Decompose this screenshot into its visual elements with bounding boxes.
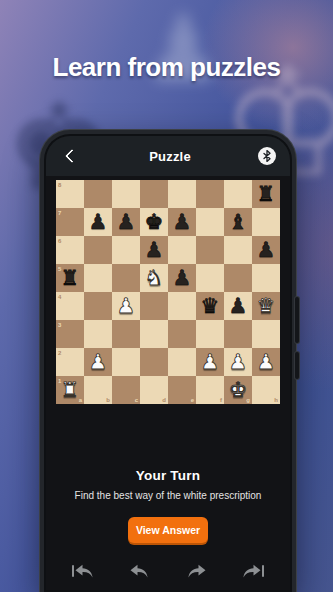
square-b8[interactable] bbox=[84, 180, 112, 208]
square-b2[interactable]: ♟ bbox=[84, 348, 112, 376]
white-pawn[interactable]: ♟ bbox=[252, 348, 280, 376]
square-a8[interactable]: 8 bbox=[56, 180, 84, 208]
square-g2[interactable]: ♟ bbox=[224, 348, 252, 376]
black-pawn[interactable]: ♟ bbox=[252, 236, 280, 264]
square-c2[interactable] bbox=[112, 348, 140, 376]
black-pawn[interactable]: ♟ bbox=[168, 264, 196, 292]
square-f1[interactable]: f bbox=[196, 376, 224, 404]
square-c7[interactable]: ♟ bbox=[112, 208, 140, 236]
square-a7[interactable]: 7 bbox=[56, 208, 84, 236]
square-d2[interactable] bbox=[140, 348, 168, 376]
square-g7[interactable]: ♝ bbox=[224, 208, 252, 236]
rank-label: 3 bbox=[58, 322, 61, 328]
square-d7[interactable]: ♚ bbox=[140, 208, 168, 236]
app-header: Puzzle bbox=[46, 136, 290, 176]
square-b4[interactable] bbox=[84, 292, 112, 320]
rank-label: 7 bbox=[58, 210, 61, 216]
bluetooth-button[interactable] bbox=[258, 147, 276, 165]
rank-label: 2 bbox=[58, 350, 61, 356]
page-title: Puzzle bbox=[149, 149, 191, 164]
square-g5[interactable] bbox=[224, 264, 252, 292]
back-button[interactable] bbox=[60, 145, 82, 167]
square-h2[interactable]: ♟ bbox=[252, 348, 280, 376]
square-h3[interactable] bbox=[252, 320, 280, 348]
square-c3[interactable] bbox=[112, 320, 140, 348]
square-b1[interactable]: b bbox=[84, 376, 112, 404]
white-pawn[interactable]: ♟ bbox=[84, 348, 112, 376]
file-label: h bbox=[274, 397, 278, 403]
square-g1[interactable]: g♚ bbox=[224, 376, 252, 404]
black-pawn[interactable]: ♟ bbox=[140, 236, 168, 264]
square-c6[interactable] bbox=[112, 236, 140, 264]
screenshot-root: ♚ ♝ ♔ ♟ Learn from puzzles Puzzle bbox=[0, 0, 333, 592]
square-e6[interactable] bbox=[168, 236, 196, 264]
move-navigation-bar bbox=[46, 556, 290, 586]
square-c1[interactable]: c bbox=[112, 376, 140, 404]
rank-label: 6 bbox=[58, 238, 61, 244]
last-move-button[interactable] bbox=[242, 563, 266, 579]
next-move-button[interactable] bbox=[185, 563, 209, 579]
bluetooth-icon bbox=[262, 150, 272, 162]
square-e8[interactable] bbox=[168, 180, 196, 208]
rank-label: 8 bbox=[58, 182, 61, 188]
black-rook[interactable]: ♜ bbox=[56, 264, 84, 292]
square-h6[interactable]: ♟ bbox=[252, 236, 280, 264]
square-a4[interactable]: 4 bbox=[56, 292, 84, 320]
board-container: 8♜7♟♟♚♟♝6♟♟5♜♞♟4♟♛♟♛32♟♟♟♟1a♜bcdefg♚h bbox=[46, 176, 290, 404]
file-label: b bbox=[106, 397, 110, 403]
square-f7[interactable] bbox=[196, 208, 224, 236]
square-a6[interactable]: 6 bbox=[56, 236, 84, 264]
square-d5[interactable]: ♞ bbox=[140, 264, 168, 292]
white-rook[interactable]: ♜ bbox=[56, 376, 84, 404]
square-e2[interactable] bbox=[168, 348, 196, 376]
file-label: f bbox=[220, 397, 222, 403]
app-screen: Puzzle 8♜7♟♟♚♟♝6♟♟5♜♞♟4♟♛♟♛32♟♟♟♟1a♜bcde… bbox=[46, 136, 290, 590]
square-f6[interactable] bbox=[196, 236, 224, 264]
square-e1[interactable]: e bbox=[168, 376, 196, 404]
square-d1[interactable]: d bbox=[140, 376, 168, 404]
turn-heading: Your Turn bbox=[46, 468, 290, 483]
phone-volume-button bbox=[295, 297, 299, 343]
square-g8[interactable] bbox=[224, 180, 252, 208]
skip-to-end-icon bbox=[243, 564, 265, 578]
square-f2[interactable]: ♟ bbox=[196, 348, 224, 376]
skip-to-start-icon bbox=[71, 564, 93, 578]
square-f3[interactable] bbox=[196, 320, 224, 348]
black-pawn[interactable]: ♟ bbox=[224, 292, 252, 320]
square-b5[interactable] bbox=[84, 264, 112, 292]
black-bishop[interactable]: ♝ bbox=[224, 208, 252, 236]
square-b6[interactable] bbox=[84, 236, 112, 264]
square-f8[interactable] bbox=[196, 180, 224, 208]
phone-mockup: Puzzle 8♜7♟♟♚♟♝6♟♟5♜♞♟4♟♛♟♛32♟♟♟♟1a♜bcde… bbox=[40, 130, 296, 592]
black-queen[interactable]: ♛ bbox=[196, 292, 224, 320]
black-king[interactable]: ♚ bbox=[140, 208, 168, 236]
puzzle-status-area: Your Turn Find the best way of the white… bbox=[46, 404, 290, 590]
square-h7[interactable] bbox=[252, 208, 280, 236]
white-queen[interactable]: ♛ bbox=[252, 292, 280, 320]
phone-power-button bbox=[295, 352, 299, 379]
file-label: c bbox=[135, 397, 138, 403]
turn-instruction: Find the best way of the white prescript… bbox=[46, 490, 290, 501]
redo-arrow-icon bbox=[186, 564, 208, 578]
square-d4[interactable] bbox=[140, 292, 168, 320]
white-knight[interactable]: ♞ bbox=[140, 264, 168, 292]
square-f5[interactable] bbox=[196, 264, 224, 292]
undo-arrow-icon bbox=[128, 564, 150, 578]
square-a5[interactable]: 5♜ bbox=[56, 264, 84, 292]
black-rook[interactable]: ♜ bbox=[252, 180, 280, 208]
square-b7[interactable]: ♟ bbox=[84, 208, 112, 236]
square-a2[interactable]: 2 bbox=[56, 348, 84, 376]
square-e3[interactable] bbox=[168, 320, 196, 348]
square-c5[interactable] bbox=[112, 264, 140, 292]
black-pawn[interactable]: ♟ bbox=[84, 208, 112, 236]
square-e5[interactable]: ♟ bbox=[168, 264, 196, 292]
square-h1[interactable]: h bbox=[252, 376, 280, 404]
previous-move-button[interactable] bbox=[127, 563, 151, 579]
square-a1[interactable]: 1a♜ bbox=[56, 376, 84, 404]
square-e4[interactable] bbox=[168, 292, 196, 320]
file-label: d bbox=[162, 397, 166, 403]
square-b3[interactable] bbox=[84, 320, 112, 348]
square-f4[interactable]: ♛ bbox=[196, 292, 224, 320]
square-d8[interactable] bbox=[140, 180, 168, 208]
square-d6[interactable]: ♟ bbox=[140, 236, 168, 264]
black-pawn[interactable]: ♟ bbox=[168, 208, 196, 236]
square-h4[interactable]: ♛ bbox=[252, 292, 280, 320]
square-h8[interactable]: ♜ bbox=[252, 180, 280, 208]
file-label: e bbox=[191, 397, 194, 403]
square-a3[interactable]: 3 bbox=[56, 320, 84, 348]
square-g6[interactable] bbox=[224, 236, 252, 264]
square-g3[interactable] bbox=[224, 320, 252, 348]
square-c4[interactable]: ♟ bbox=[112, 292, 140, 320]
white-pawn[interactable]: ♟ bbox=[224, 348, 252, 376]
view-answer-button[interactable]: View Answer bbox=[128, 517, 208, 543]
square-h5[interactable] bbox=[252, 264, 280, 292]
first-move-button[interactable] bbox=[70, 563, 94, 579]
square-g4[interactable]: ♟ bbox=[224, 292, 252, 320]
square-d3[interactable] bbox=[140, 320, 168, 348]
square-c8[interactable] bbox=[112, 180, 140, 208]
chess-board: 8♜7♟♟♚♟♝6♟♟5♜♞♟4♟♛♟♛32♟♟♟♟1a♜bcdefg♚h bbox=[56, 180, 280, 404]
rank-label: 4 bbox=[58, 294, 61, 300]
square-e7[interactable]: ♟ bbox=[168, 208, 196, 236]
black-pawn[interactable]: ♟ bbox=[112, 208, 140, 236]
hero-title: Learn from puzzles bbox=[0, 52, 333, 83]
white-king[interactable]: ♚ bbox=[224, 376, 252, 404]
white-pawn[interactable]: ♟ bbox=[112, 292, 140, 320]
white-pawn[interactable]: ♟ bbox=[196, 348, 224, 376]
